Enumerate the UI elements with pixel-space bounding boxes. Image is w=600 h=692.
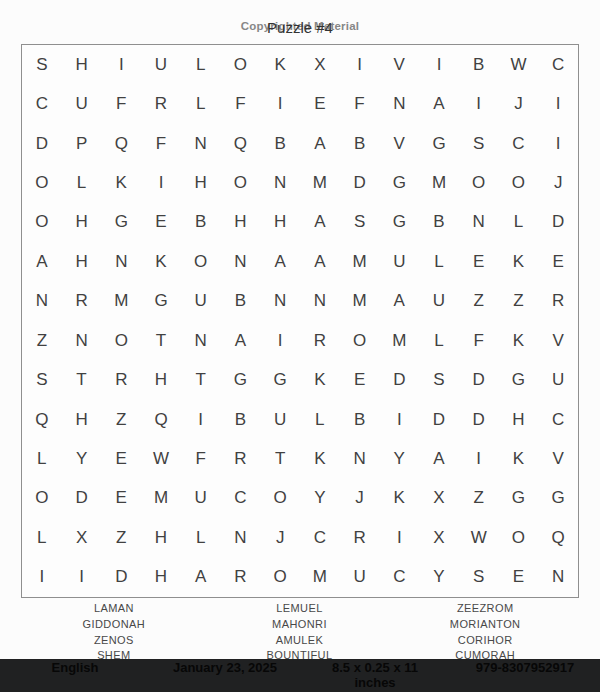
grid-cell-r6c2: H [62,242,102,281]
grid-cell-r7c3: M [101,282,141,321]
grid-cell-r14c6: R [221,558,261,597]
grid-cell-r13c3: Z [101,518,141,557]
grid-cell-r10c8: L [300,400,340,439]
grid-cell-r6c5: O [181,242,221,281]
grid-cell-r5c8: A [300,203,340,242]
grid-cell-r3c14: I [538,124,578,163]
grid-cell-r7c1: N [22,282,62,321]
grid-cell-r6c14: E [538,242,578,281]
grid-cell-r8c11: L [419,321,459,360]
grid-cell-r12c7: O [260,479,300,518]
grid-cell-r13c9: R [340,518,380,557]
grid-cell-r13c5: L [181,518,221,557]
grid-cell-r8c5: N [181,321,221,360]
grid-cell-r12c12: Z [459,479,499,518]
grid-cell-r6c13: K [499,242,539,281]
grid-cell-r5c1: O [22,203,62,242]
grid-cell-r9c11: S [419,360,459,399]
grid-cell-r4c1: O [22,163,62,202]
grid-cell-r1c9: I [340,45,380,84]
grid-cell-r8c7: I [260,321,300,360]
grid-cell-r13c13: O [499,518,539,557]
grid-cell-r14c8: M [300,558,340,597]
grid-cell-r8c3: O [101,321,141,360]
grid-cell-r4c12: O [459,163,499,202]
word-item: LEMUEL [207,601,393,617]
grid-cell-r9c3: R [101,360,141,399]
grid-cell-r12c14: G [538,479,578,518]
word-item: CORIHOR [392,633,578,649]
grid-cell-r10c1: Q [22,400,62,439]
grid-cell-r11c10: Y [379,439,419,478]
grid-cell-r4c6: O [221,163,261,202]
grid-cell-r2c6: F [221,84,261,123]
grid-cell-r7c10: A [379,282,419,321]
grid-cell-r4c4: I [141,163,181,202]
grid-cell-r6c10: U [379,242,419,281]
grid-cell-r3c13: C [499,124,539,163]
grid-cell-r1c4: U [141,45,181,84]
grid-cell-r8c2: N [62,321,102,360]
grid-cell-r4c11: M [419,163,459,202]
word-item: ZENOS [21,633,207,649]
grid-cell-r10c6: B [221,400,261,439]
grid-cell-r6c8: A [300,242,340,281]
grid-cell-r11c14: V [538,439,578,478]
footer-language: English [0,659,150,692]
grid-cell-r12c4: M [141,479,181,518]
word-item: LAMAN [21,601,207,617]
grid-cell-r13c14: Q [538,518,578,557]
word-list-column-3: ZEEZROMMORIANTONCORIHORCUMORAH [392,601,578,664]
grid-cell-r6c3: N [101,242,141,281]
grid-cell-r9c9: E [340,360,380,399]
grid-cell-r2c8: E [300,84,340,123]
grid-cell-r14c3: D [101,558,141,597]
grid-cell-r7c12: Z [459,282,499,321]
grid-cell-r1c11: I [419,45,459,84]
grid-cell-r1c6: O [221,45,261,84]
grid-cell-r8c6: A [221,321,261,360]
grid-cell-r2c4: R [141,84,181,123]
grid-cell-r1c3: I [101,45,141,84]
grid-cell-r8c10: M [379,321,419,360]
footer-dimensions: 8.5 x 0.25 x 11 inches [300,659,450,692]
grid-cell-r11c6: R [221,439,261,478]
grid-cell-r4c13: O [499,163,539,202]
grid-cell-r3c7: B [260,124,300,163]
grid-cell-r9c14: U [538,360,578,399]
grid-cell-r5c4: E [141,203,181,242]
grid-cell-r11c9: N [340,439,380,478]
grid-cell-r12c1: O [22,479,62,518]
grid-cell-r8c13: K [499,321,539,360]
grid-cell-r13c10: I [379,518,419,557]
grid-cell-r2c7: I [260,84,300,123]
grid-cell-r12c10: K [379,479,419,518]
grid-cell-r3c8: A [300,124,340,163]
grid-cell-r8c12: F [459,321,499,360]
grid-cell-r11c12: I [459,439,499,478]
grid-cell-r3c3: Q [101,124,141,163]
grid-cell-r10c10: I [379,400,419,439]
grid-cell-r3c6: Q [221,124,261,163]
grid-cell-r9c2: T [62,360,102,399]
grid-cell-r9c5: T [181,360,221,399]
grid-cell-r4c7: N [260,163,300,202]
grid-cell-r7c9: M [340,282,380,321]
grid-cell-r7c5: U [181,282,221,321]
grid-cell-r4c5: H [181,163,221,202]
grid-cell-r1c5: L [181,45,221,84]
grid-cell-r13c2: X [62,518,102,557]
footer-dimensions-line1: 8.5 x 0.25 x 11 [332,660,418,675]
grid-cell-r7c11: U [419,282,459,321]
grid-cell-r8c4: T [141,321,181,360]
grid-cell-r3c2: P [62,124,102,163]
grid-cell-r10c3: Z [101,400,141,439]
grid-cell-r14c9: U [340,558,380,597]
grid-cell-r6c9: M [340,242,380,281]
grid-cell-r3c4: F [141,124,181,163]
grid-cell-r5c7: H [260,203,300,242]
grid-cell-r4c10: G [379,163,419,202]
grid-cell-r12c8: Y [300,479,340,518]
grid-cell-r3c9: B [340,124,380,163]
word-item: GIDDONAH [21,617,207,633]
grid-cell-r6c11: L [419,242,459,281]
grid-cell-r6c4: K [141,242,181,281]
grid-cell-r11c1: L [22,439,62,478]
grid-cell-r9c6: G [221,360,261,399]
grid-cell-r6c12: E [459,242,499,281]
grid-cell-r4c2: L [62,163,102,202]
grid-cell-r5c12: N [459,203,499,242]
grid-cell-r10c4: Q [141,400,181,439]
grid-cell-r4c14: J [538,163,578,202]
grid-cell-r9c4: H [141,360,181,399]
grid-cell-r11c8: K [300,439,340,478]
grid-cell-r9c10: D [379,360,419,399]
grid-cell-r2c13: J [499,84,539,123]
grid-cell-r11c13: K [499,439,539,478]
grid-cell-r5c3: G [101,203,141,242]
grid-cell-r2c9: F [340,84,380,123]
grid-cell-r7c2: R [62,282,102,321]
grid-cell-r9c8: K [300,360,340,399]
footer-publication-date: January 23, 2025 [150,659,300,692]
grid-cell-r5c14: D [538,203,578,242]
grid-cell-r10c14: C [538,400,578,439]
grid-cell-r12c9: J [340,479,380,518]
word-item: MAHONRI [207,617,393,633]
grid-cell-r12c6: C [221,479,261,518]
grid-cell-r13c12: W [459,518,499,557]
grid-cell-r2c1: C [22,84,62,123]
grid-cell-r4c3: K [101,163,141,202]
grid-cell-r10c2: H [62,400,102,439]
grid-cell-r1c12: B [459,45,499,84]
grid-cell-r11c4: W [141,439,181,478]
grid-cell-r10c13: H [499,400,539,439]
grid-cell-r10c9: B [340,400,380,439]
grid-cell-r9c7: G [260,360,300,399]
grid-cell-r12c5: U [181,479,221,518]
grid-cell-r13c8: C [300,518,340,557]
grid-cell-r1c8: X [300,45,340,84]
grid-cell-r5c9: S [340,203,380,242]
grid-cell-r9c1: S [22,360,62,399]
grid-cell-r8c1: Z [22,321,62,360]
grid-cell-r11c2: Y [62,439,102,478]
grid-cell-r14c2: I [62,558,102,597]
grid-cell-r5c5: B [181,203,221,242]
grid-cell-r7c4: G [141,282,181,321]
grid-cell-r12c13: G [499,479,539,518]
grid-cell-r14c13: E [499,558,539,597]
grid-cell-r1c10: V [379,45,419,84]
page-title: Puzzle #4 [0,19,600,36]
grid-cell-r1c7: K [260,45,300,84]
grid-cell-r7c8: N [300,282,340,321]
word-item: MORIANTON [392,617,578,633]
grid-cell-r9c13: G [499,360,539,399]
grid-cell-r1c2: H [62,45,102,84]
grid-cell-r1c1: S [22,45,62,84]
grid-cell-r3c12: S [459,124,499,163]
grid-cell-r5c13: L [499,203,539,242]
grid-cell-r10c12: D [459,400,499,439]
grid-cell-r5c10: G [379,203,419,242]
puzzle-book-page: Copyrighted Material Puzzle #4 SHIULOKXI… [0,0,600,692]
grid-cell-r3c5: N [181,124,221,163]
grid-cell-r10c5: I [181,400,221,439]
grid-cell-r7c6: B [221,282,261,321]
grid-cell-r11c11: A [419,439,459,478]
grid-cell-r10c7: U [260,400,300,439]
grid-cell-r2c5: L [181,84,221,123]
grid-cell-r5c6: H [221,203,261,242]
grid-cell-r3c1: D [22,124,62,163]
grid-cell-r1c13: W [499,45,539,84]
grid-cell-r13c6: N [221,518,261,557]
grid-cell-r11c3: E [101,439,141,478]
grid-cell-r7c14: R [538,282,578,321]
grid-cell-r2c10: N [379,84,419,123]
grid-cell-r14c4: H [141,558,181,597]
grid-cell-r7c7: N [260,282,300,321]
grid-cell-r13c1: L [22,518,62,557]
grid-cell-r14c5: A [181,558,221,597]
grid-cell-r2c2: U [62,84,102,123]
grid-cell-r13c11: X [419,518,459,557]
grid-cell-r10c11: D [419,400,459,439]
grid-cell-r14c7: O [260,558,300,597]
footer-isbn: 979-8307952917 [450,659,600,692]
word-list-column-2: LEMUELMAHONRIAMULEKBOUNTIFUL [207,601,393,664]
footer-dimensions-line2: inches [354,675,395,690]
grid-cell-r5c2: H [62,203,102,242]
word-item: ZEEZROM [392,601,578,617]
title-area: Copyrighted Material Puzzle #4 [0,16,600,40]
grid-cell-r8c8: R [300,321,340,360]
grid-cell-r11c5: F [181,439,221,478]
grid-cell-r4c9: D [340,163,380,202]
grid-cell-r6c1: A [22,242,62,281]
grid-cell-r3c10: V [379,124,419,163]
grid-cell-r2c12: I [459,84,499,123]
grid-cell-r2c3: F [101,84,141,123]
grid-cell-r7c13: Z [499,282,539,321]
grid-cell-r14c12: S [459,558,499,597]
grid-cell-r5c11: B [419,203,459,242]
word-list-column-1: LAMANGIDDONAHZENOSSHEM [21,601,207,664]
word-list: LAMANGIDDONAHZENOSSHEMLEMUELMAHONRIAMULE… [21,601,578,664]
grid-cell-r1c14: C [538,45,578,84]
grid-cell-r8c9: O [340,321,380,360]
grid-cell-r4c8: M [300,163,340,202]
grid-cell-r3c11: G [419,124,459,163]
grid-cell-r12c3: E [101,479,141,518]
product-details-bar: English January 23, 2025 8.5 x 0.25 x 11… [0,659,600,692]
grid-cell-r2c11: A [419,84,459,123]
grid-cell-r2c14: I [538,84,578,123]
grid-cell-r9c12: D [459,360,499,399]
grid-cell-r12c2: D [62,479,102,518]
word-item: AMULEK [207,633,393,649]
grid-cell-r8c14: V [538,321,578,360]
grid-cell-r11c7: T [260,439,300,478]
grid-cell-r6c6: N [221,242,261,281]
grid-cell-r13c7: J [260,518,300,557]
grid-cell-r6c7: A [260,242,300,281]
grid-cell-r12c11: X [419,479,459,518]
grid-cell-r14c1: I [22,558,62,597]
word-search-grid: SHIULOKXIVIBWCCUFRLFIEFNAIJIDPQFNQBABVGS… [21,44,579,598]
grid-cell-r14c11: Y [419,558,459,597]
grid-cell-r14c14: N [538,558,578,597]
grid-cell-r13c4: H [141,518,181,557]
grid-cell-r14c10: C [379,558,419,597]
